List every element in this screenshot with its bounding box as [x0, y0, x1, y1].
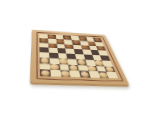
photo-background: [0, 0, 150, 120]
checkers-board: [30, 30, 129, 85]
checker-piece-light[interactable]: [50, 64, 59, 69]
board-square[interactable]: [40, 69, 51, 76]
checkers-set: [30, 9, 120, 99]
checker-piece-light[interactable]: [41, 70, 50, 76]
board-grid: [39, 34, 118, 79]
checker-piece-light[interactable]: [61, 71, 70, 77]
